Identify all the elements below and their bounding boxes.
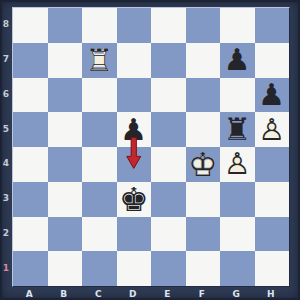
square-b2[interactable] (48, 217, 83, 252)
square-d4[interactable] (117, 147, 152, 182)
file-label-d: D (116, 287, 151, 300)
square-d2[interactable] (117, 217, 152, 252)
square-b4[interactable] (48, 147, 83, 182)
square-g6[interactable] (220, 78, 255, 113)
white-pawn[interactable]: ♟♙ (220, 147, 255, 182)
square-a4[interactable] (13, 147, 48, 182)
square-b6[interactable] (48, 78, 83, 113)
square-a1[interactable] (13, 251, 48, 286)
rank-label-4: 4 (0, 146, 12, 181)
square-e3[interactable] (151, 182, 186, 217)
rank-label-7: 7 (0, 42, 12, 77)
square-g5[interactable]: ♜ (220, 112, 255, 147)
square-b7[interactable] (48, 43, 83, 78)
square-a6[interactable] (13, 78, 48, 113)
square-f8[interactable] (186, 8, 221, 43)
rank-label-1: 1 (0, 250, 12, 285)
square-g8[interactable] (220, 8, 255, 43)
square-e1[interactable] (151, 251, 186, 286)
square-h1[interactable] (255, 251, 290, 286)
square-f5[interactable] (186, 112, 221, 147)
file-label-f: F (185, 287, 220, 300)
square-a2[interactable] (13, 217, 48, 252)
square-g3[interactable] (220, 182, 255, 217)
white-king[interactable]: ♚♔ (186, 147, 221, 182)
chess-board-frame: ♜♖♟♟♟♜♟♙♚♔♟♙♚ 87654321ABCDEFGH (0, 0, 300, 300)
file-label-a: A (12, 287, 47, 300)
rank-label-8: 8 (0, 7, 12, 42)
rank-label-5: 5 (0, 111, 12, 146)
square-h2[interactable] (255, 217, 290, 252)
black-rook[interactable]: ♜ (220, 112, 255, 147)
black-pawn[interactable]: ♟ (220, 43, 255, 78)
square-f2[interactable] (186, 217, 221, 252)
rank-label-2: 2 (0, 216, 12, 251)
square-h7[interactable] (255, 43, 290, 78)
square-d5[interactable]: ♟ (117, 112, 152, 147)
square-g7[interactable]: ♟ (220, 43, 255, 78)
square-c3[interactable] (82, 182, 117, 217)
black-pawn[interactable]: ♟ (117, 112, 152, 147)
square-c8[interactable] (82, 8, 117, 43)
square-g1[interactable] (220, 251, 255, 286)
black-pawn[interactable]: ♟ (255, 78, 290, 113)
square-e6[interactable] (151, 78, 186, 113)
square-g4[interactable]: ♟♙ (220, 147, 255, 182)
square-e7[interactable] (151, 43, 186, 78)
square-f4[interactable]: ♚♔ (186, 147, 221, 182)
square-h6[interactable]: ♟ (255, 78, 290, 113)
rank-label-3: 3 (0, 181, 12, 216)
square-a7[interactable] (13, 43, 48, 78)
square-e2[interactable] (151, 217, 186, 252)
square-e8[interactable] (151, 8, 186, 43)
square-h8[interactable] (255, 8, 290, 43)
file-label-b: B (47, 287, 82, 300)
white-pawn[interactable]: ♟♙ (255, 112, 290, 147)
file-label-g: G (219, 287, 254, 300)
file-label-c: C (81, 287, 116, 300)
square-b5[interactable] (48, 112, 83, 147)
square-d6[interactable] (117, 78, 152, 113)
chess-board[interactable]: ♜♖♟♟♟♜♟♙♚♔♟♙♚ (12, 7, 290, 287)
square-b8[interactable] (48, 8, 83, 43)
square-f7[interactable] (186, 43, 221, 78)
square-h5[interactable]: ♟♙ (255, 112, 290, 147)
square-c7[interactable]: ♜♖ (82, 43, 117, 78)
square-h3[interactable] (255, 182, 290, 217)
square-g2[interactable] (220, 217, 255, 252)
square-c2[interactable] (82, 217, 117, 252)
square-f6[interactable] (186, 78, 221, 113)
square-a5[interactable] (13, 112, 48, 147)
square-d7[interactable] (117, 43, 152, 78)
square-a3[interactable] (13, 182, 48, 217)
square-c5[interactable] (82, 112, 117, 147)
square-c6[interactable] (82, 78, 117, 113)
square-e4[interactable] (151, 147, 186, 182)
file-label-e: E (150, 287, 185, 300)
square-d1[interactable] (117, 251, 152, 286)
square-h4[interactable] (255, 147, 290, 182)
white-rook[interactable]: ♜♖ (82, 43, 117, 78)
square-b1[interactable] (48, 251, 83, 286)
square-f1[interactable] (186, 251, 221, 286)
square-d8[interactable] (117, 8, 152, 43)
square-d3[interactable]: ♚ (117, 182, 152, 217)
rank-label-6: 6 (0, 77, 12, 112)
square-a8[interactable] (13, 8, 48, 43)
square-c4[interactable] (82, 147, 117, 182)
square-c1[interactable] (82, 251, 117, 286)
square-e5[interactable] (151, 112, 186, 147)
square-f3[interactable] (186, 182, 221, 217)
black-king[interactable]: ♚ (117, 182, 152, 217)
square-b3[interactable] (48, 182, 83, 217)
file-label-h: H (254, 287, 289, 300)
